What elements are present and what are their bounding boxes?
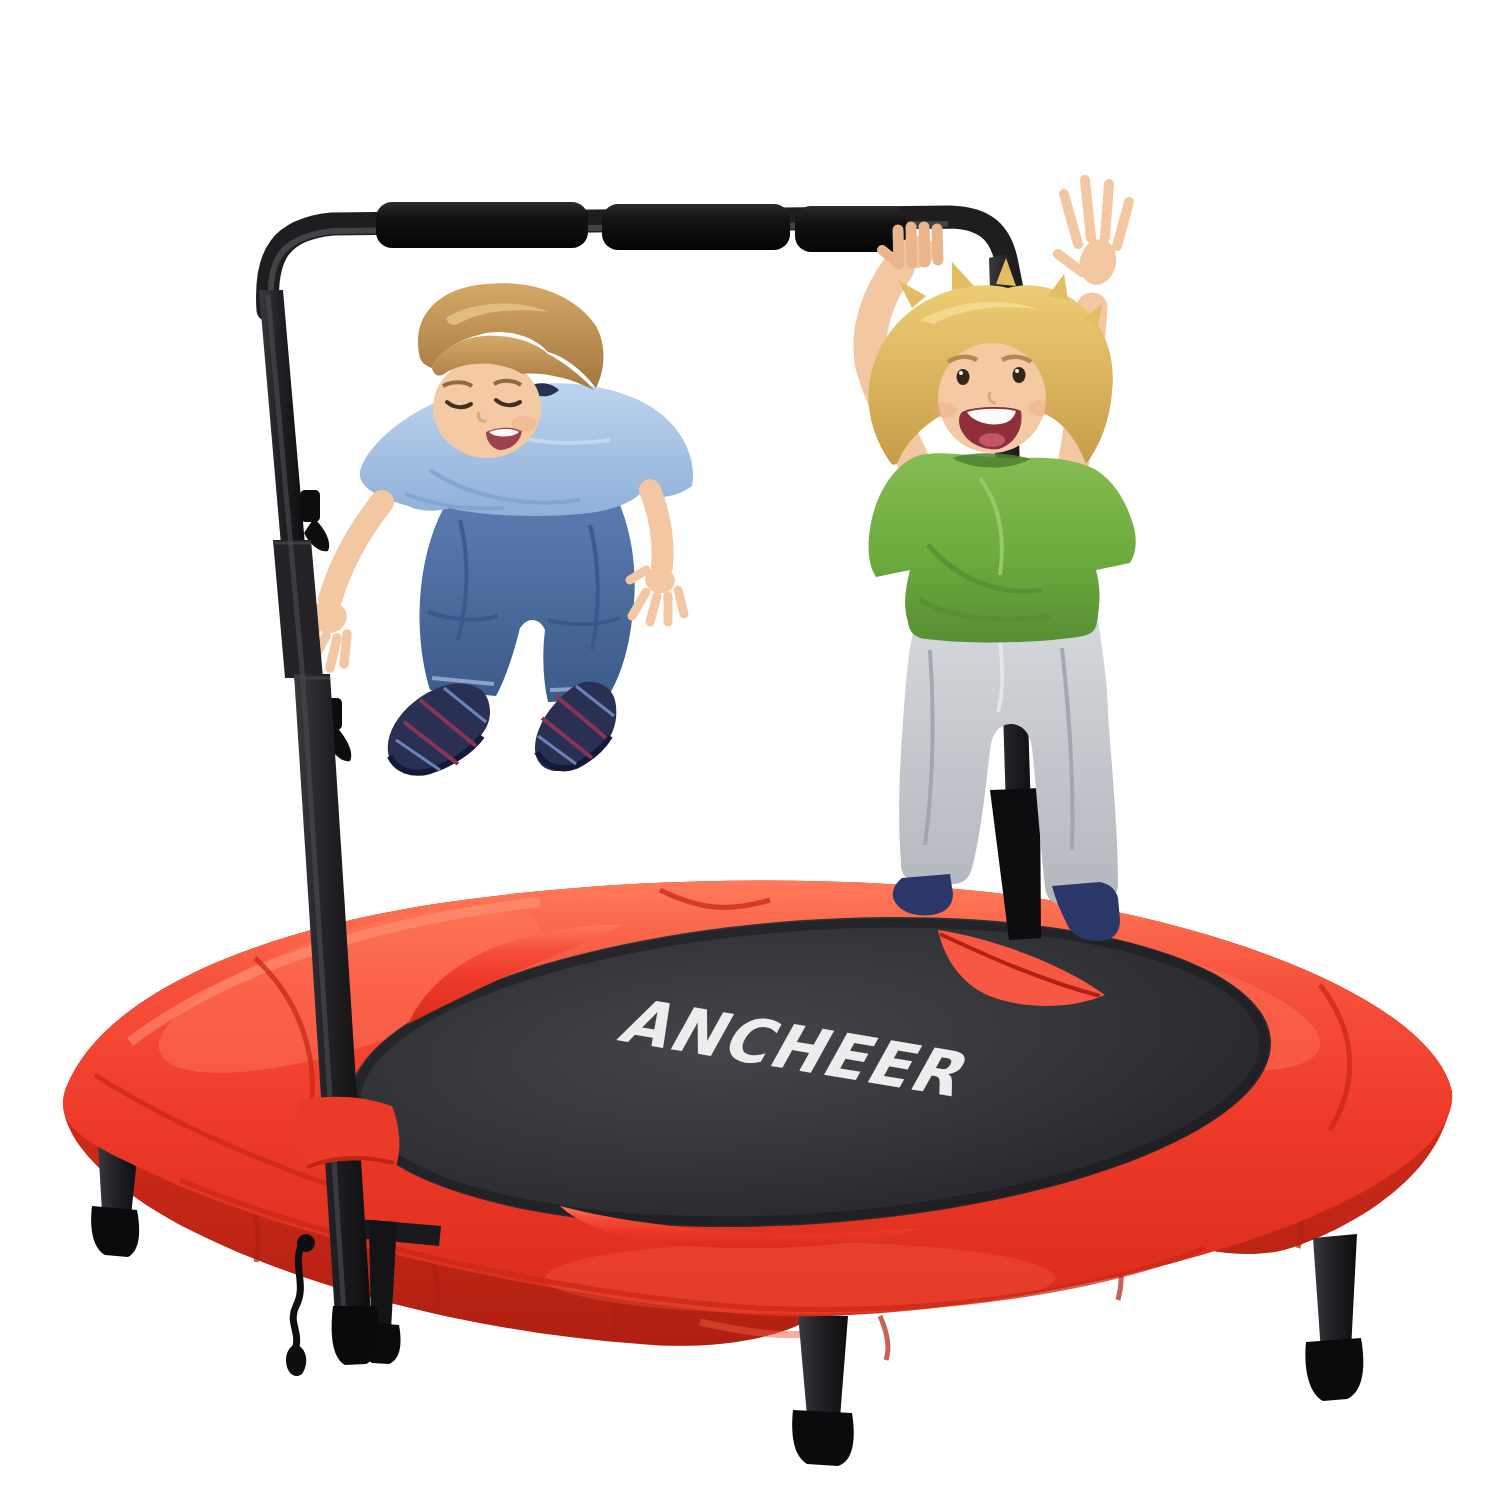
child-right-head <box>868 258 1112 465</box>
rubber-foot-right <box>1305 1338 1363 1401</box>
rubber-foot-pole <box>332 1306 379 1365</box>
child-left <box>295 283 693 773</box>
pad-flap-left <box>298 1097 399 1169</box>
child-left-slippers <box>388 682 617 773</box>
rubber-foot-left <box>91 1206 139 1257</box>
rubber-foot-front <box>792 1410 854 1466</box>
child-right-tongue <box>979 433 1005 447</box>
child-left-slipper-left <box>388 684 490 773</box>
child-right-eye-right <box>1013 367 1026 383</box>
child-left-arm-left <box>330 502 382 600</box>
child-left-arm-right <box>650 490 663 566</box>
foam-grip-3 <box>795 206 907 252</box>
foam-grip-1 <box>376 202 588 248</box>
product-image: ANCHEER <box>0 0 1500 1500</box>
foam-grip-2 <box>602 204 790 250</box>
trampoline: ANCHEER <box>63 873 1452 1466</box>
child-right-shirt <box>869 453 1136 642</box>
child-right-eye-left <box>957 369 970 385</box>
product-photo: ANCHEER <box>0 0 1500 1500</box>
left-pole-upper <box>259 290 305 545</box>
trampoline-leg-right <box>1305 1234 1363 1401</box>
trampoline-leg-front <box>792 1314 854 1466</box>
child-left-jeans <box>419 500 634 702</box>
